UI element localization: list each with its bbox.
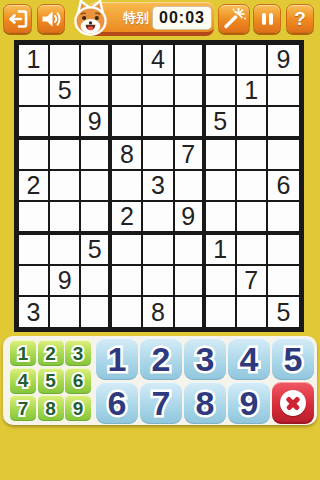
digit-glyph: 33 xyxy=(73,344,84,363)
digit-glyph: 66 xyxy=(108,386,127,420)
cell-r2c7[interactable] xyxy=(206,76,237,107)
cell-r7c6[interactable] xyxy=(175,235,206,266)
exit-icon xyxy=(6,7,30,31)
small-digit-2-button[interactable]: 22 xyxy=(38,340,64,366)
digit-glyph: 11 xyxy=(18,344,29,363)
cell-r8c7[interactable] xyxy=(206,266,237,297)
cell-r1c8[interactable] xyxy=(237,45,268,76)
cell-r2c8[interactable]: 1 xyxy=(237,76,268,107)
cell-r2c3[interactable] xyxy=(81,76,112,107)
cell-r3c4[interactable] xyxy=(112,107,143,140)
large-digit-1-button[interactable]: 11 xyxy=(96,338,138,380)
cell-r3c8[interactable] xyxy=(237,107,268,140)
digit-glyph: 88 xyxy=(45,399,56,418)
pause-icon xyxy=(262,13,273,25)
cell-r9c4[interactable] xyxy=(112,297,143,327)
x-circle-icon xyxy=(280,390,306,416)
digit-glyph: 33 xyxy=(196,342,215,376)
cell-r4c2[interactable] xyxy=(50,140,81,171)
small-digit-3-button[interactable]: 33 xyxy=(65,340,91,366)
cell-r5c4[interactable] xyxy=(112,171,143,202)
cell-r1c3[interactable] xyxy=(81,45,112,76)
large-numpad: 112233445566778899 xyxy=(96,338,314,424)
cell-r3c9[interactable] xyxy=(268,107,299,140)
digit-glyph: 99 xyxy=(73,399,84,418)
cell-r1c1[interactable]: 1 xyxy=(19,45,50,76)
cell-r7c8[interactable] xyxy=(237,235,268,266)
cell-r8c9[interactable] xyxy=(268,266,299,297)
large-digit-5-button[interactable]: 55 xyxy=(272,338,314,380)
cell-r1c9[interactable]: 9 xyxy=(268,45,299,76)
cell-r6c4[interactable]: 2 xyxy=(112,202,143,235)
large-digit-3-button[interactable]: 33 xyxy=(184,338,226,380)
cell-r2c2[interactable]: 5 xyxy=(50,76,81,107)
cell-r9c6[interactable] xyxy=(175,297,206,327)
small-digit-7-button[interactable]: 77 xyxy=(10,395,36,421)
cell-r7c9[interactable] xyxy=(268,235,299,266)
digit-glyph: 22 xyxy=(152,342,171,376)
cell-r9c3[interactable] xyxy=(81,297,112,327)
cell-r3c2[interactable] xyxy=(50,107,81,140)
large-digit-6-button[interactable]: 66 xyxy=(96,382,138,424)
large-digit-9-button[interactable]: 99 xyxy=(228,382,270,424)
cell-r8c1[interactable] xyxy=(19,266,50,297)
pause-button[interactable] xyxy=(253,4,281,33)
sound-icon xyxy=(39,7,63,31)
cell-r9c7[interactable] xyxy=(206,297,237,327)
difficulty-label: 特别 xyxy=(118,9,154,27)
large-digit-7-button[interactable]: 77 xyxy=(140,382,182,424)
cell-r6c6[interactable]: 9 xyxy=(175,202,206,235)
sudoku-board: 149519587236295197385 xyxy=(14,40,304,332)
cell-r8c5[interactable] xyxy=(143,266,174,297)
cell-r5c5[interactable]: 3 xyxy=(143,171,174,202)
cell-r5c3[interactable] xyxy=(81,171,112,202)
cell-r7c2[interactable] xyxy=(50,235,81,266)
cell-r4c8[interactable] xyxy=(237,140,268,171)
cell-r3c7[interactable]: 5 xyxy=(206,107,237,140)
cell-r8c8[interactable]: 7 xyxy=(237,266,268,297)
cell-r6c9[interactable] xyxy=(268,202,299,235)
cell-r5c1[interactable]: 2 xyxy=(19,171,50,202)
cell-r1c2[interactable] xyxy=(50,45,81,76)
cell-r6c8[interactable] xyxy=(237,202,268,235)
cell-r6c1[interactable] xyxy=(19,202,50,235)
cell-r4c4[interactable]: 8 xyxy=(112,140,143,171)
digit-glyph: 44 xyxy=(18,371,29,390)
cell-r7c4[interactable] xyxy=(112,235,143,266)
sound-button[interactable] xyxy=(37,4,65,33)
cell-r4c7[interactable] xyxy=(206,140,237,171)
digit-glyph: 77 xyxy=(152,386,171,420)
cat-avatar-icon xyxy=(69,0,112,37)
help-button[interactable]: ? xyxy=(286,4,314,33)
cell-r2c1[interactable] xyxy=(19,76,50,107)
cell-r5c7[interactable] xyxy=(206,171,237,202)
large-digit-4-button[interactable]: 44 xyxy=(228,338,270,380)
small-digit-6-button[interactable]: 66 xyxy=(65,368,91,394)
digit-glyph: 55 xyxy=(284,342,303,376)
cell-r9c9[interactable]: 5 xyxy=(268,297,299,327)
cell-r8c6[interactable] xyxy=(175,266,206,297)
cell-r8c4[interactable] xyxy=(112,266,143,297)
number-pad: 112233445566778899 112233445566778899 xyxy=(3,336,317,425)
cell-r5c2[interactable] xyxy=(50,171,81,202)
cell-r9c5[interactable]: 8 xyxy=(143,297,174,327)
cell-r1c5[interactable]: 4 xyxy=(143,45,174,76)
cell-r2c6[interactable] xyxy=(175,76,206,107)
small-digit-9-button[interactable]: 99 xyxy=(65,395,91,421)
cell-r3c3[interactable]: 9 xyxy=(81,107,112,140)
cell-r2c9[interactable] xyxy=(268,76,299,107)
cell-r7c7[interactable]: 1 xyxy=(206,235,237,266)
cell-r6c3[interactable] xyxy=(81,202,112,235)
digit-glyph: 77 xyxy=(18,399,29,418)
digit-glyph: 99 xyxy=(240,386,259,420)
delete-button[interactable] xyxy=(272,382,314,424)
cell-r5c8[interactable] xyxy=(237,171,268,202)
small-digit-5-button[interactable]: 55 xyxy=(38,368,64,394)
small-digit-4-button[interactable]: 44 xyxy=(10,368,36,394)
cell-r8c2[interactable]: 9 xyxy=(50,266,81,297)
timer: 00:03 xyxy=(152,6,212,30)
cell-r1c7[interactable] xyxy=(206,45,237,76)
large-digit-2-button[interactable]: 22 xyxy=(140,338,182,380)
cell-r4c5[interactable] xyxy=(143,140,174,171)
digit-glyph: 88 xyxy=(196,386,215,420)
cell-r1c4[interactable] xyxy=(112,45,143,76)
cell-r7c1[interactable] xyxy=(19,235,50,266)
cell-r7c5[interactable] xyxy=(143,235,174,266)
cell-r9c8[interactable] xyxy=(237,297,268,327)
cell-r4c3[interactable] xyxy=(81,140,112,171)
digit-glyph: 66 xyxy=(73,371,84,390)
small-digit-1-button[interactable]: 11 xyxy=(10,340,36,366)
cell-r9c1[interactable]: 3 xyxy=(19,297,50,327)
cell-r9c2[interactable] xyxy=(50,297,81,327)
cell-r3c6[interactable] xyxy=(175,107,206,140)
cell-r6c5[interactable] xyxy=(143,202,174,235)
cell-r5c9[interactable]: 6 xyxy=(268,171,299,202)
cell-r1c6[interactable] xyxy=(175,45,206,76)
magic-wand-icon xyxy=(221,7,247,31)
cell-r2c4[interactable] xyxy=(112,76,143,107)
digit-glyph: 55 xyxy=(45,371,56,390)
cell-r2c5[interactable] xyxy=(143,76,174,107)
cell-r3c5[interactable] xyxy=(143,107,174,140)
large-digit-8-button[interactable]: 88 xyxy=(184,382,226,424)
timer-value: 00:03 xyxy=(159,9,205,27)
question-icon: ? xyxy=(294,8,306,30)
cell-r6c7[interactable] xyxy=(206,202,237,235)
sudoku-app-screen: 特别 00:03 ? 149519587236 xyxy=(0,0,320,480)
cell-r3c1[interactable] xyxy=(19,107,50,140)
cell-r4c1[interactable] xyxy=(19,140,50,171)
digit-glyph: 22 xyxy=(45,344,56,363)
cell-r8c3[interactable] xyxy=(81,266,112,297)
cell-r4c6[interactable]: 7 xyxy=(175,140,206,171)
cell-r4c9[interactable] xyxy=(268,140,299,171)
cell-r7c3[interactable]: 5 xyxy=(81,235,112,266)
digit-glyph: 44 xyxy=(240,342,259,376)
small-digit-8-button[interactable]: 88 xyxy=(38,395,64,421)
hint-button[interactable] xyxy=(218,4,250,33)
digit-glyph: 11 xyxy=(108,342,127,376)
exit-button[interactable] xyxy=(3,4,32,33)
cell-r6c2[interactable] xyxy=(50,202,81,235)
small-numpad: 112233445566778899 xyxy=(10,340,91,421)
cell-r5c6[interactable] xyxy=(175,171,206,202)
